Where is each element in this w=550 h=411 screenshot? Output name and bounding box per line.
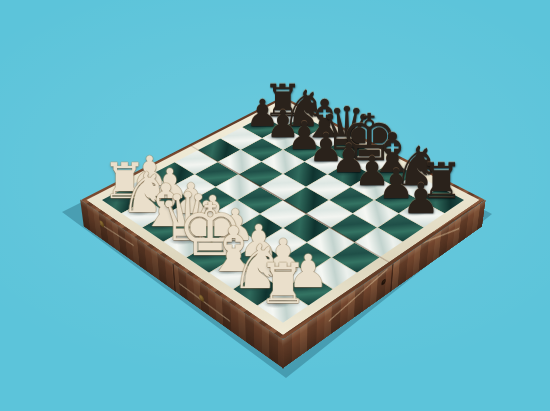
- fold-seam-side: [390, 263, 394, 292]
- perspective-stage: [0, 0, 550, 411]
- chess-board-box: [81, 97, 485, 340]
- brass-clasp: [99, 220, 104, 229]
- fold-seam-side: [172, 263, 176, 292]
- nail-hole: [381, 278, 386, 286]
- scene-background: ♜♞♝♛♚♝♞♜♟♟♟♟♟♟♟♟♟♟♟♟♟♟♟♟♜♞♝♛♚♝♞♜: [0, 0, 550, 411]
- brass-clasp: [199, 294, 204, 303]
